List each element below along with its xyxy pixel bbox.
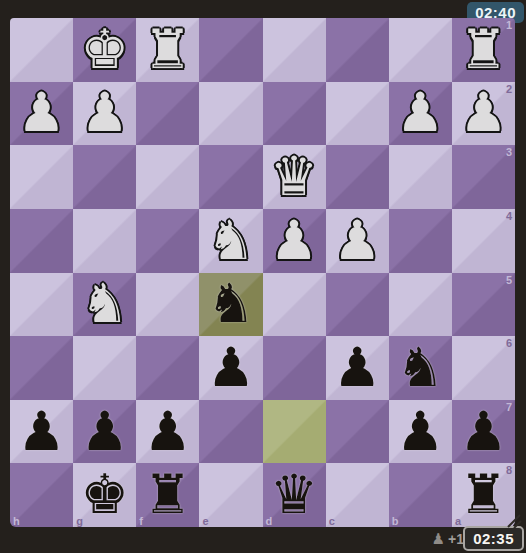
square-c8[interactable]: c <box>326 463 389 527</box>
square-c2[interactable] <box>326 82 389 146</box>
white-knight[interactable]: ♞ <box>207 214 255 268</box>
square-b7[interactable]: ♟ <box>389 400 452 464</box>
square-e6[interactable]: ♟ <box>199 336 262 400</box>
square-h1[interactable] <box>10 18 73 82</box>
square-f3[interactable] <box>136 145 199 209</box>
file-label-e: e <box>202 515 208 527</box>
square-d3[interactable]: ♛ <box>263 145 326 209</box>
square-b1[interactable] <box>389 18 452 82</box>
square-c7[interactable] <box>326 400 389 464</box>
square-d4[interactable]: ♟ <box>263 209 326 273</box>
square-f4[interactable] <box>136 209 199 273</box>
square-e8[interactable]: e <box>199 463 262 527</box>
square-g5[interactable]: ♞ <box>73 273 136 337</box>
square-a6[interactable]: 6 <box>452 336 515 400</box>
square-f1[interactable]: ♜ <box>136 18 199 82</box>
square-c6[interactable]: ♟ <box>326 336 389 400</box>
square-b8[interactable]: b <box>389 463 452 527</box>
square-h7[interactable]: ♟ <box>10 400 73 464</box>
file-label-c: c <box>329 515 335 527</box>
black-pawn[interactable]: ♟ <box>333 341 381 395</box>
black-pawn[interactable]: ♟ <box>207 341 255 395</box>
square-g3[interactable] <box>73 145 136 209</box>
rank-label-7: 7 <box>506 401 512 413</box>
square-f5[interactable] <box>136 273 199 337</box>
material-advantage: ♟ +1 <box>432 531 464 547</box>
white-pawn[interactable]: ♟ <box>270 214 318 268</box>
rank-label-4: 4 <box>506 210 512 222</box>
square-e7[interactable] <box>199 400 262 464</box>
white-pawn[interactable]: ♟ <box>333 214 381 268</box>
square-f2[interactable] <box>136 82 199 146</box>
square-c4[interactable]: ♟ <box>326 209 389 273</box>
square-a5[interactable]: 5 <box>452 273 515 337</box>
square-f6[interactable] <box>136 336 199 400</box>
file-label-f: f <box>139 515 143 527</box>
game-window: 02:40 ♚♜♜1♟♟♟♟2♛3♞♟♟4♞♞5♟♟♞6♟♟♟♟♟7h♚g♜fe… <box>0 0 526 553</box>
square-h5[interactable] <box>10 273 73 337</box>
square-h2[interactable]: ♟ <box>10 82 73 146</box>
rank-label-3: 3 <box>506 146 512 158</box>
square-d5[interactable] <box>263 273 326 337</box>
black-rook[interactable]: ♜ <box>144 468 192 522</box>
square-b3[interactable] <box>389 145 452 209</box>
chess-board[interactable]: ♚♜♜1♟♟♟♟2♛3♞♟♟4♞♞5♟♟♞6♟♟♟♟♟7h♚g♜fe♛dcb♜8… <box>10 18 515 527</box>
square-h6[interactable] <box>10 336 73 400</box>
square-d2[interactable] <box>263 82 326 146</box>
rank-label-6: 6 <box>506 337 512 349</box>
square-g1[interactable]: ♚ <box>73 18 136 82</box>
white-rook[interactable]: ♜ <box>459 23 507 77</box>
square-h3[interactable] <box>10 145 73 209</box>
square-e2[interactable] <box>199 82 262 146</box>
white-pawn[interactable]: ♟ <box>17 86 65 140</box>
square-g7[interactable]: ♟ <box>73 400 136 464</box>
white-queen[interactable]: ♛ <box>270 150 318 204</box>
square-a1[interactable]: ♜1 <box>452 18 515 82</box>
square-h4[interactable] <box>10 209 73 273</box>
material-advantage-value: +1 <box>448 531 464 547</box>
white-rook[interactable]: ♜ <box>144 23 192 77</box>
square-e5[interactable]: ♞ <box>199 273 262 337</box>
square-h8[interactable]: h <box>10 463 73 527</box>
black-pawn[interactable]: ♟ <box>80 405 128 459</box>
square-b4[interactable] <box>389 209 452 273</box>
square-b2[interactable]: ♟ <box>389 82 452 146</box>
rank-label-5: 5 <box>506 274 512 286</box>
file-label-d: d <box>266 515 273 527</box>
square-d1[interactable] <box>263 18 326 82</box>
black-pawn[interactable]: ♟ <box>17 405 65 459</box>
pawn-icon: ♟ <box>432 532 445 547</box>
black-pawn[interactable]: ♟ <box>459 405 507 459</box>
file-label-a: a <box>455 515 461 527</box>
square-b6[interactable]: ♞ <box>389 336 452 400</box>
black-rook[interactable]: ♜ <box>459 468 507 522</box>
file-label-b: b <box>392 515 399 527</box>
white-pawn[interactable]: ♟ <box>80 86 128 140</box>
square-d8[interactable]: ♛d <box>263 463 326 527</box>
square-c3[interactable] <box>326 145 389 209</box>
black-king[interactable]: ♚ <box>80 468 128 522</box>
black-pawn[interactable]: ♟ <box>396 405 444 459</box>
white-king[interactable]: ♚ <box>80 23 128 77</box>
black-knight[interactable]: ♞ <box>207 277 255 331</box>
square-b5[interactable] <box>389 273 452 337</box>
square-g4[interactable] <box>73 209 136 273</box>
rank-label-1: 1 <box>506 19 512 31</box>
rank-label-8: 8 <box>506 464 512 476</box>
file-label-h: h <box>13 515 20 527</box>
white-pawn[interactable]: ♟ <box>459 86 507 140</box>
black-knight[interactable]: ♞ <box>396 341 444 395</box>
square-e1[interactable] <box>199 18 262 82</box>
file-label-g: g <box>76 515 83 527</box>
square-c1[interactable] <box>326 18 389 82</box>
square-f8[interactable]: ♜f <box>136 463 199 527</box>
square-a7[interactable]: ♟7 <box>452 400 515 464</box>
square-a4[interactable]: 4 <box>452 209 515 273</box>
square-e4[interactable]: ♞ <box>199 209 262 273</box>
square-g6[interactable] <box>73 336 136 400</box>
square-g8[interactable]: ♚g <box>73 463 136 527</box>
square-d6[interactable] <box>263 336 326 400</box>
black-pawn[interactable]: ♟ <box>144 405 192 459</box>
white-knight[interactable]: ♞ <box>80 277 128 331</box>
square-c5[interactable] <box>326 273 389 337</box>
square-a3[interactable]: 3 <box>452 145 515 209</box>
square-a2[interactable]: ♟2 <box>452 82 515 146</box>
rank-label-2: 2 <box>506 83 512 95</box>
square-f7[interactable]: ♟ <box>136 400 199 464</box>
square-e3[interactable] <box>199 145 262 209</box>
board-resize-handle[interactable] <box>504 513 524 530</box>
square-g2[interactable]: ♟ <box>73 82 136 146</box>
square-d7[interactable] <box>263 400 326 464</box>
black-queen[interactable]: ♛ <box>270 468 318 522</box>
white-pawn[interactable]: ♟ <box>396 86 444 140</box>
